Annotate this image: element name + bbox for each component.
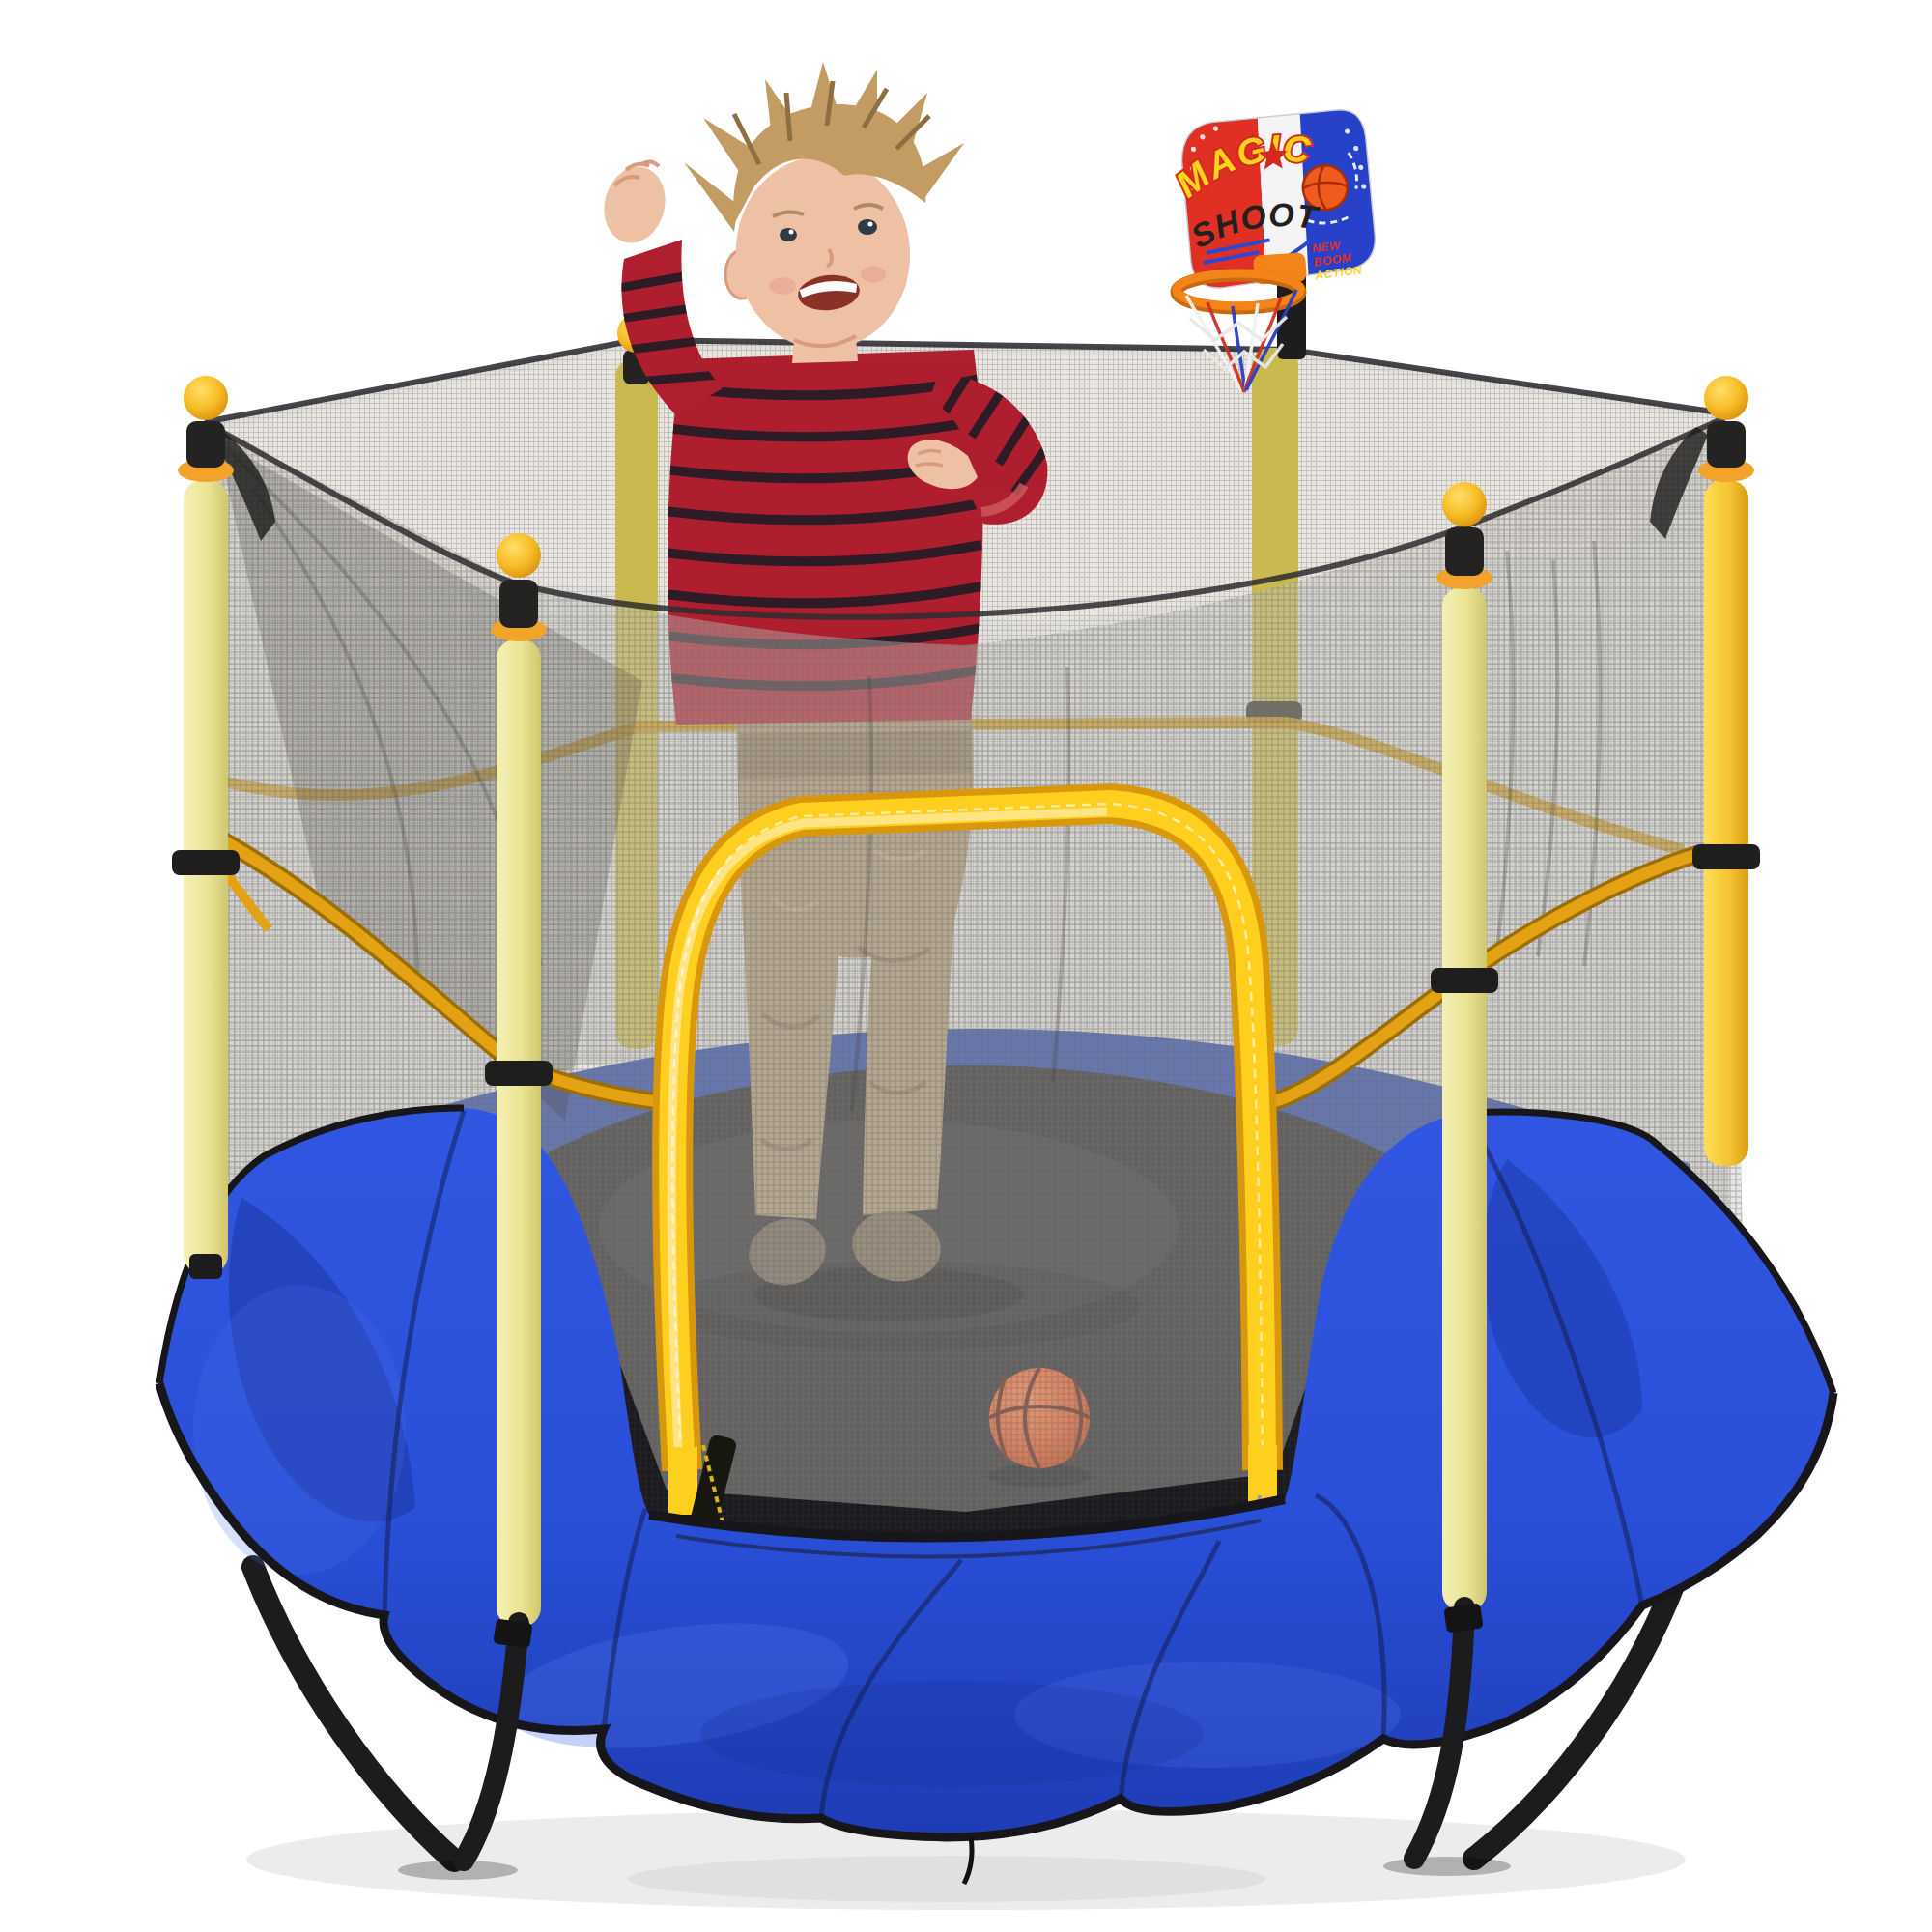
pole-cap-ball: [497, 533, 541, 578]
net-strap: [485, 1061, 553, 1086]
net-strap: [1692, 844, 1760, 869]
net-strap: [1431, 968, 1498, 993]
pole-cap-ball: [1704, 376, 1748, 420]
pole-cap-ball: [1442, 482, 1487, 526]
net-strap: [172, 850, 240, 875]
trampoline-scene: MAGIC SHOOT NEW BOOM ACTION: [0, 0, 1932, 1932]
pole-cap-ball: [184, 376, 228, 420]
product-photo: MAGIC SHOOT NEW BOOM ACTION: [0, 0, 1932, 1932]
